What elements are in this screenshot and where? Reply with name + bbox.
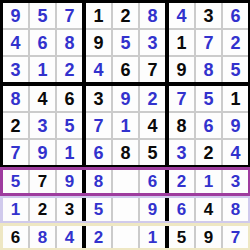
given-digit: 3: [203, 7, 213, 25]
user-digit: 9: [10, 7, 20, 25]
board-edge: [248, 198, 250, 221]
cell-r9c9[interactable]: 7: [223, 226, 248, 248]
cell-r5c5[interactable]: 1: [113, 113, 138, 138]
cell-r7c3[interactable]: 9: [57, 170, 82, 193]
given-digit: 9: [204, 229, 213, 246]
given-digit: 1: [93, 7, 103, 25]
given-digit: 6: [120, 61, 130, 79]
cell-r8c6[interactable]: 9: [140, 198, 165, 221]
user-digit: 1: [148, 229, 157, 246]
given-digit: 3: [65, 201, 74, 218]
user-digit: 2: [94, 229, 103, 246]
cell-r9c8: 9: [196, 226, 221, 248]
board-edge: [248, 170, 250, 193]
board-row: 312467985: [0, 57, 250, 82]
user-digit: 8: [203, 61, 213, 79]
given-digit: 2: [203, 144, 213, 162]
given-digit: 6: [64, 90, 74, 108]
cell-r6c1[interactable]: 7: [3, 140, 28, 165]
cell-r5c3[interactable]: 5: [57, 113, 82, 138]
user-digit: 5: [230, 61, 240, 79]
given-digit: 8: [120, 144, 130, 162]
user-digit: 4: [93, 61, 103, 79]
cell-r1c9[interactable]: 6: [223, 3, 248, 28]
cell-r2c2[interactable]: 6: [30, 30, 55, 55]
user-digit: 6: [203, 117, 213, 135]
cell-r3c7: 9: [169, 57, 194, 82]
cell-r3c9[interactable]: 5: [223, 57, 248, 82]
user-digit: 9: [37, 144, 47, 162]
user-digit: 7: [10, 144, 20, 162]
user-digit: 3: [147, 34, 157, 52]
user-digit: 6: [93, 144, 103, 162]
cell-r4c2: 4: [30, 86, 55, 111]
cell-r7c9[interactable]: 3: [223, 170, 248, 193]
user-digit: 5: [94, 201, 103, 218]
cell-r4c3: 6: [57, 86, 82, 111]
user-digit: 3: [37, 117, 47, 135]
cell-r7c4[interactable]: 8: [86, 170, 111, 193]
board-edge: [248, 226, 250, 248]
cell-r1c1[interactable]: 9: [3, 3, 28, 28]
cell-r5c8[interactable]: 6: [196, 113, 221, 138]
user-digit: 2: [177, 173, 186, 190]
cell-r4c1[interactable]: 8: [3, 86, 28, 111]
cell-r5c7: 8: [169, 113, 194, 138]
cell-r3c2[interactable]: 1: [30, 57, 55, 82]
cell-r9c1: 6: [3, 226, 28, 248]
cell-r6c7[interactable]: 3: [169, 140, 194, 165]
given-digit: 6: [11, 229, 20, 246]
cell-r9c4[interactable]: 2: [86, 226, 111, 248]
cell-r7c2: 7: [30, 170, 55, 193]
board-edge: [248, 140, 250, 165]
given-digit: 1: [230, 90, 240, 108]
given-digit: 7: [147, 61, 157, 79]
cell-r7c7[interactable]: 2: [169, 170, 194, 193]
given-digit: 3: [93, 90, 103, 108]
cell-r6c9[interactable]: 4: [223, 140, 248, 165]
cell-r2c3[interactable]: 8: [57, 30, 82, 55]
user-digit: 4: [176, 7, 186, 25]
user-digit: 8: [147, 7, 157, 25]
cell-r3c1[interactable]: 3: [3, 57, 28, 82]
sudoku-board: 9571284364689531723124679858463927512357…: [0, 0, 250, 250]
board-row: 468953172: [0, 30, 250, 55]
user-digit: 6: [148, 173, 157, 190]
cell-r2c5[interactable]: 5: [113, 30, 138, 55]
cell-r3c6: 7: [140, 57, 165, 82]
given-digit: 9: [93, 34, 103, 52]
cell-r2c1[interactable]: 4: [3, 30, 28, 55]
board-edge: [248, 113, 250, 138]
user-digit: 6: [37, 34, 47, 52]
user-digit: 1: [37, 61, 47, 79]
user-digit: 7: [176, 90, 186, 108]
cell-r1c8: 3: [196, 3, 221, 28]
cell-r8c1[interactable]: 1: [3, 198, 28, 221]
cell-r3c8[interactable]: 8: [196, 57, 221, 82]
user-digit: 1: [204, 173, 213, 190]
user-digit: 9: [120, 90, 130, 108]
user-digit: 7: [203, 34, 213, 52]
board-edge: [248, 3, 250, 28]
board-edge: [248, 30, 250, 55]
cell-r4c7[interactable]: 7: [169, 86, 194, 111]
cell-r8c2: 2: [30, 198, 55, 221]
cell-r2c4: 9: [86, 30, 111, 55]
cell-r8c7[interactable]: 6: [169, 198, 194, 221]
cell-r6c5: 8: [113, 140, 138, 165]
user-digit: 8: [231, 201, 240, 218]
user-digit: 5: [11, 173, 20, 190]
cell-r6c3[interactable]: 1: [57, 140, 82, 165]
user-digit: 7: [64, 7, 74, 25]
cell-r3c4[interactable]: 4: [86, 57, 111, 82]
cell-r3c5: 6: [113, 57, 138, 82]
cell-r3c3[interactable]: 2: [57, 57, 82, 82]
cell-r4c6[interactable]: 2: [140, 86, 165, 111]
user-digit: 3: [10, 61, 20, 79]
cell-r1c4: 1: [86, 3, 111, 28]
board-row: 791685324: [0, 140, 250, 165]
board-row: 957128436: [0, 3, 250, 28]
board-row: 57986213: [0, 170, 250, 193]
cell-r4c8[interactable]: 5: [196, 86, 221, 111]
user-digit: 5: [64, 117, 74, 135]
user-digit: 8: [10, 90, 20, 108]
user-digit: 6: [177, 201, 186, 218]
cell-r8c8: 4: [196, 198, 221, 221]
cell-r2c7: 1: [169, 30, 194, 55]
given-digit: 4: [204, 201, 213, 218]
user-digit: 6: [230, 7, 240, 25]
given-digit: 1: [176, 34, 186, 52]
user-digit: 8: [94, 173, 103, 190]
cell-r9c6[interactable]: 1: [140, 226, 165, 248]
cell-r2c6[interactable]: 3: [140, 30, 165, 55]
user-digit: 7: [231, 229, 240, 246]
cell-r8c3: 3: [57, 198, 82, 221]
user-digit: 4: [230, 144, 240, 162]
user-digit: 1: [11, 201, 20, 218]
user-digit: 8: [64, 34, 74, 52]
cell-r9c3[interactable]: 4: [57, 226, 82, 248]
cell-r5c1: 2: [3, 113, 28, 138]
user-digit: 9: [65, 173, 74, 190]
cell-r4c5[interactable]: 9: [113, 86, 138, 111]
given-digit: 7: [38, 173, 47, 190]
given-digit: 2: [10, 117, 20, 135]
given-digit: 5: [177, 229, 186, 246]
cell-r4c4: 3: [86, 86, 111, 111]
cell-r7c8[interactable]: 1: [196, 170, 221, 193]
user-digit: 9: [230, 117, 240, 135]
board-row: 68421597: [0, 226, 250, 248]
board-edge: [248, 57, 250, 82]
user-digit: 3: [176, 144, 186, 162]
user-digit: 2: [230, 34, 240, 52]
given-digit: 8: [176, 117, 186, 135]
user-digit: 2: [147, 90, 157, 108]
cell-r5c4[interactable]: 7: [86, 113, 111, 138]
cell-r9c2[interactable]: 8: [30, 226, 55, 248]
cell-r7c6[interactable]: 6: [140, 170, 165, 193]
cell-r7c5[interactable]: [113, 170, 138, 193]
cell-r1c2[interactable]: 5: [30, 3, 55, 28]
given-digit: 9: [176, 61, 186, 79]
user-digit: 9: [148, 201, 157, 218]
user-digit: 5: [203, 90, 213, 108]
cell-r8c5[interactable]: [113, 198, 138, 221]
cell-r8c9[interactable]: 8: [223, 198, 248, 221]
user-digit: 2: [64, 61, 74, 79]
user-digit: 8: [38, 229, 47, 246]
user-digit: 4: [65, 229, 74, 246]
user-digit: 1: [120, 117, 130, 135]
cell-r6c2[interactable]: 9: [30, 140, 55, 165]
cell-r6c4[interactable]: 6: [86, 140, 111, 165]
user-digit: 4: [10, 34, 20, 52]
cell-r9c7: 5: [169, 226, 194, 248]
cell-r8c4[interactable]: 5: [86, 198, 111, 221]
user-digit: 1: [64, 144, 74, 162]
cell-r9c5[interactable]: [113, 226, 138, 248]
board-row: 846392751: [0, 86, 250, 111]
cell-r1c7[interactable]: 4: [169, 3, 194, 28]
cell-r5c6: 4: [140, 113, 165, 138]
cell-r2c9[interactable]: 2: [223, 30, 248, 55]
cell-r6c8: 2: [196, 140, 221, 165]
board-edge: [248, 86, 250, 111]
given-digit: 2: [38, 201, 47, 218]
given-digit: 4: [147, 117, 157, 135]
given-digit: 5: [147, 144, 157, 162]
user-digit: 7: [93, 117, 103, 135]
user-digit: 3: [231, 173, 240, 190]
cell-r6c6: 5: [140, 140, 165, 165]
cell-r7c1[interactable]: 5: [3, 170, 28, 193]
cell-r1c3[interactable]: 7: [57, 3, 82, 28]
board-row: 12359648: [0, 198, 250, 221]
cell-r1c5: 2: [113, 3, 138, 28]
board-row: 235714869: [0, 113, 250, 138]
user-digit: 5: [37, 7, 47, 25]
cell-r4c9: 1: [223, 86, 248, 111]
cell-r2c8[interactable]: 7: [196, 30, 221, 55]
given-digit: 2: [120, 7, 130, 25]
given-digit: 4: [37, 90, 47, 108]
cell-r1c6[interactable]: 8: [140, 3, 165, 28]
user-digit: 5: [120, 34, 130, 52]
cell-r5c2[interactable]: 3: [30, 113, 55, 138]
cell-r5c9[interactable]: 9: [223, 113, 248, 138]
